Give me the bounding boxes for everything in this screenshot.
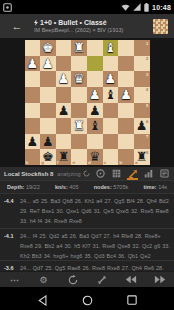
signal-icon [133,3,141,11]
app-screen: 10:48 ← 1+0 • Bullet • Classé IM BeepBee… [0,0,174,310]
square-d6[interactable]: ♝ [87,118,103,134]
black-p-piece: ♟ [25,134,41,150]
pv-row-2[interactable]: -4.124... f4 25. Qd2 a5 26. Ba3 Qd7 27. … [0,228,174,260]
app-header: ← 1+0 • Bullet • Classé IM BeepBeepI... … [0,14,174,38]
white-p-piece: ♟ [56,71,72,87]
engine-status: analyzing [57,171,80,177]
square-a6[interactable]: ♟6 [134,118,150,134]
file-label: c [104,160,106,165]
pv-list: -4.424... a5 25. Ba3 Qb8 26. Kh1 a4 27. … [0,193,174,271]
pv-moves: 24... a5 25. Ba3 Qb8 26. Kh1 a4 27. Qg5 … [20,196,170,226]
black-p-piece: ♟ [56,103,72,119]
square-g2[interactable]: ♟ [40,56,56,72]
square-d2[interactable] [87,56,103,72]
square-d1[interactable] [87,40,103,56]
square-f1[interactable] [56,40,72,56]
flip-board-icon[interactable] [63,273,83,287]
square-a1[interactable]: 1 [134,40,150,56]
pv-eval: -3.6 [4,263,20,269]
square-c4[interactable]: ♝ [103,87,119,103]
white-p-piece: ♟ [103,71,119,87]
square-g7[interactable]: ♟ [40,134,56,150]
engine-name: Local Stockfish 8 [4,171,53,177]
rank-label: 7 [146,134,149,139]
rank-label: 3 [146,72,149,77]
square-b1[interactable] [118,40,134,56]
rewind-icon[interactable] [121,273,141,287]
square-g1[interactable]: ♚ [40,40,56,56]
wifi-icon [121,3,130,11]
status-bar: 10:48 [0,0,174,14]
pv-moves: 24... f4 25. Qd2 a5 26. Ba3 Qd7 27. h4 R… [20,231,170,258]
square-h2[interactable]: ♟ [25,56,41,72]
black-b-piece: ♝ [103,87,119,103]
black-b-piece: ♝ [87,118,103,134]
pv-moves: 24... Qd7 25. Qg5 Rae8 26. Rxe8 Rxe8 27.… [20,263,170,269]
square-f5[interactable]: ♟ [56,103,72,119]
rank-label: 5 [146,103,149,108]
square-a4[interactable]: 4 [134,87,150,103]
stat-nodes: nodes: 5705k [94,184,129,190]
white-p-piece: ♟ [40,56,56,72]
square-b8[interactable]: b [118,149,134,165]
square-h3[interactable] [25,71,41,87]
chart-tab-icon[interactable] [143,168,154,180]
players-line: IM BeepBeepI... (2602) × BIV (1913) [34,27,123,33]
more-icon[interactable]: ⋯ [5,273,25,287]
square-a3[interactable]: 3 [134,71,150,87]
white-p-piece: ♟ [87,87,103,103]
white-k-piece: ♚ [40,40,56,56]
rank-label: 8 [146,150,149,155]
file-label: g [41,160,44,165]
square-h1[interactable] [25,40,41,56]
file-label: a [135,160,138,165]
android-nav-bar [0,287,174,310]
gear-icon[interactable]: ⚙ [34,273,54,287]
rank-label: 4 [146,87,149,92]
square-c2[interactable] [103,56,119,72]
stat-kns: kn/s: 405 [55,184,79,190]
square-g8[interactable]: ♚g [40,149,56,165]
square-c8[interactable]: c [103,149,119,165]
black-q-piece: ♛ [87,149,103,165]
white-r-piece: ♜ [71,40,87,56]
square-b3[interactable] [118,71,134,87]
square-e2[interactable] [71,56,87,72]
square-f8[interactable]: ♜f [56,149,72,165]
square-b4[interactable]: ♟ [118,87,134,103]
square-g6[interactable] [40,118,56,134]
stat-time: time: 14s [143,184,167,190]
square-h4[interactable] [25,87,41,103]
square-a2[interactable]: 2 [134,56,150,72]
arrows-tab-icon[interactable] [127,168,138,180]
stat-depth: Depth: 19/22 [7,184,40,190]
file-label: h [26,160,29,165]
diagonal-arrows-icon[interactable] [92,273,112,287]
square-f3[interactable]: ♟ [56,71,72,87]
square-d4[interactable]: ♟ [87,87,103,103]
engine-bar: Local Stockfish 8 analyzing [0,167,174,180]
square-f2[interactable] [56,56,72,72]
file-label: f [57,160,59,165]
square-b2[interactable] [118,56,134,72]
rank-label: 6 [146,119,149,124]
white-q-piece: ♛ [71,71,87,87]
analysis-toolbar: ⋯ ⚙ [0,271,174,287]
square-d8[interactable]: ♛d [87,149,103,165]
pv-eval: -4.1 [4,231,20,258]
square-e5[interactable] [71,103,87,119]
board-zone: ♚♜♝1♟♟2♟♛♟3♟♝♟4♟♟5♜♝♟6♟♟7h♚g♜fe♛dcb♜8a [0,38,174,167]
square-b5[interactable] [118,103,134,119]
file-label: e [72,160,75,165]
square-c1[interactable]: ♝ [103,40,119,56]
rank-label: 1 [146,41,149,46]
square-e6[interactable]: ♜ [71,118,87,134]
circle-tab-icon[interactable] [95,168,106,180]
black-p-piece: ♟ [134,118,150,134]
square-c3[interactable]: ♟ [103,71,119,87]
square-h5[interactable] [25,103,41,119]
square-a5[interactable]: 5 [134,103,150,119]
battery-icon [144,3,149,12]
square-a7[interactable]: 7 [134,134,150,150]
white-r-piece: ♜ [71,118,87,134]
lightning-bolt-icon [34,19,38,26]
engine-stats-row: Depth: 19/22kn/s: 405nodes: 5705ktime: 1… [0,180,174,193]
square-c5[interactable] [103,103,119,119]
square-f7[interactable] [56,134,72,150]
square-f4[interactable] [56,87,72,103]
square-g3[interactable] [40,71,56,87]
square-h8[interactable]: h [25,149,41,165]
square-h6[interactable] [25,118,41,134]
square-b6[interactable] [118,118,134,134]
square-e4[interactable] [71,87,87,103]
square-g4[interactable] [40,87,56,103]
book-tab-icon[interactable] [159,168,170,180]
forward-icon[interactable] [150,273,170,287]
square-e1[interactable]: ♜ [71,40,87,56]
square-g5[interactable] [40,103,56,119]
black-r-piece: ♜ [56,149,72,165]
black-p-piece: ♟ [40,134,56,150]
game-title: 1+0 • Bullet • Classé [40,19,107,27]
pv-eval: -4.4 [4,196,20,226]
screenshot-icon [3,3,12,12]
black-p-piece: ♟ [87,103,103,119]
spinner-icon [83,170,90,177]
square-c7[interactable] [103,134,119,150]
mini-chessboard-icon[interactable] [153,19,168,34]
square-e7[interactable] [71,134,87,150]
android-back-icon[interactable] [38,295,48,306]
back-button[interactable]: ← [0,14,34,38]
android-recents-icon[interactable] [127,295,137,305]
pv-row-3[interactable]: -3.624... Qd7 25. Qg5 Rae8 26. Rxe8 Rxe8… [0,260,174,271]
android-home-icon[interactable] [82,295,93,306]
chess-board[interactable]: ♚♜♝1♟♟2♟♛♟3♟♝♟4♟♟5♜♝♟6♟♟7h♚g♜fe♛dcb♜8a [25,40,150,165]
rank-label: 2 [146,56,149,61]
file-label: b [119,160,122,165]
grid-tab-icon[interactable] [111,168,122,180]
square-b7[interactable] [118,134,134,150]
square-f6[interactable] [56,118,72,134]
square-e3[interactable]: ♛ [71,71,87,87]
file-label: d [88,160,91,165]
clock: 10:48 [152,4,171,11]
square-d5[interactable]: ♟ [87,103,103,119]
black-k-piece: ♚ [40,149,56,165]
square-c6[interactable] [103,118,119,134]
black-r-piece: ♜ [134,149,150,165]
white-p-piece: ♟ [25,56,41,72]
square-a8[interactable]: ♜8a [134,149,150,165]
white-p-piece: ♟ [118,87,134,103]
square-h7[interactable]: ♟ [25,134,41,150]
square-e8[interactable]: e [71,149,87,165]
pv-row-1[interactable]: -4.424... a5 25. Ba3 Qb8 26. Kh1 a4 27. … [0,193,174,228]
square-d7[interactable] [87,134,103,150]
white-b-piece: ♝ [103,40,119,56]
square-d3[interactable] [87,71,103,87]
